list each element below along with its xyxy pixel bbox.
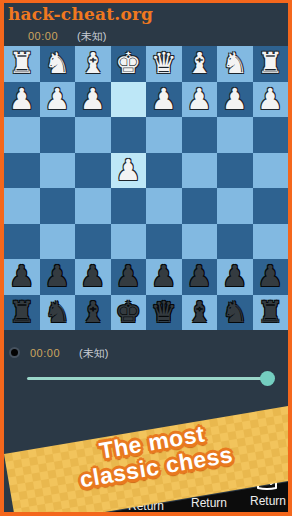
- square-b5[interactable]: [217, 188, 253, 224]
- black-pawn: ♟: [44, 262, 70, 291]
- white-rook: ♜: [257, 49, 283, 78]
- square-f2[interactable]: ♟: [75, 82, 111, 118]
- square-d4[interactable]: [146, 153, 182, 189]
- square-b7[interactable]: ♟: [217, 259, 253, 295]
- black-knight: ♞: [44, 298, 70, 327]
- white-pawn: ♟: [80, 85, 106, 114]
- square-d3[interactable]: [146, 117, 182, 153]
- square-b3[interactable]: [217, 117, 253, 153]
- square-d6[interactable]: [146, 224, 182, 260]
- square-h4[interactable]: [4, 153, 40, 189]
- black-pawn: ♟: [9, 262, 35, 291]
- watermark-text: hack-cheat.org: [8, 4, 153, 24]
- square-f5[interactable]: [75, 188, 111, 224]
- square-f4[interactable]: [75, 153, 111, 189]
- black-pawn: ♟: [151, 262, 177, 291]
- app-window: hack-cheat.org 00:00 (未知) ♜♞♝♚♛♝♞♜♟♟♟♟♟♟…: [0, 0, 292, 516]
- black-rook: ♜: [257, 298, 283, 327]
- square-c8[interactable]: ♝: [182, 295, 218, 331]
- square-g3[interactable]: [40, 117, 76, 153]
- square-g2[interactable]: ♟: [40, 82, 76, 118]
- square-c1[interactable]: ♝: [182, 46, 218, 82]
- square-a4[interactable]: [253, 153, 289, 189]
- black-rook: ♜: [9, 298, 35, 327]
- square-g7[interactable]: ♟: [40, 259, 76, 295]
- square-e2[interactable]: [111, 82, 147, 118]
- square-e8[interactable]: ♚: [111, 295, 147, 331]
- square-f6[interactable]: [75, 224, 111, 260]
- white-pawn: ♟: [151, 85, 177, 114]
- progress-slider-track[interactable]: [27, 377, 270, 380]
- white-knight: ♞: [44, 49, 70, 78]
- square-g4[interactable]: [40, 153, 76, 189]
- white-pawn: ♟: [44, 85, 70, 114]
- black-knight: ♞: [222, 298, 248, 327]
- square-d2[interactable]: ♟: [146, 82, 182, 118]
- black-player-color-icon: [9, 347, 20, 358]
- bottom-player-rating: (未知): [79, 347, 108, 359]
- square-a8[interactable]: ♜: [253, 295, 289, 331]
- black-queen: ♛: [151, 298, 177, 327]
- square-h5[interactable]: [4, 188, 40, 224]
- square-d1[interactable]: ♛: [146, 46, 182, 82]
- black-pawn: ♟: [257, 262, 283, 291]
- square-e1[interactable]: ♚: [111, 46, 147, 82]
- return-button-3[interactable]: Return: [250, 494, 286, 508]
- square-a6[interactable]: [253, 224, 289, 260]
- square-d7[interactable]: ♟: [146, 259, 182, 295]
- square-h2[interactable]: ♟: [4, 82, 40, 118]
- square-c2[interactable]: ♟: [182, 82, 218, 118]
- return-button-2[interactable]: Return: [191, 496, 227, 510]
- bottom-player-clock: 00:00: [30, 347, 60, 359]
- square-b1[interactable]: ♞: [217, 46, 253, 82]
- black-pawn: ♟: [222, 262, 248, 291]
- square-e4[interactable]: ♟: [111, 153, 147, 189]
- square-b4[interactable]: [217, 153, 253, 189]
- top-player-bar: 00:00 (未知): [28, 29, 106, 44]
- square-b2[interactable]: ♟: [217, 82, 253, 118]
- square-h8[interactable]: ♜: [4, 295, 40, 331]
- progress-slider-thumb[interactable]: [260, 371, 275, 386]
- square-c7[interactable]: ♟: [182, 259, 218, 295]
- black-pawn: ♟: [186, 262, 212, 291]
- square-e7[interactable]: ♟: [111, 259, 147, 295]
- white-knight: ♞: [222, 49, 248, 78]
- square-f7[interactable]: ♟: [75, 259, 111, 295]
- chess-board[interactable]: ♜♞♝♚♛♝♞♜♟♟♟♟♟♟♟♟♟♟♟♟♟♟♟♟♜♞♝♚♛♝♞♜: [4, 46, 288, 330]
- square-h7[interactable]: ♟: [4, 259, 40, 295]
- square-b8[interactable]: ♞: [217, 295, 253, 331]
- square-h1[interactable]: ♜: [4, 46, 40, 82]
- square-h6[interactable]: [4, 224, 40, 260]
- white-pawn: ♟: [115, 156, 141, 185]
- square-c3[interactable]: [182, 117, 218, 153]
- square-g1[interactable]: ♞: [40, 46, 76, 82]
- square-g8[interactable]: ♞: [40, 295, 76, 331]
- black-pawn: ♟: [80, 262, 106, 291]
- white-king: ♚: [115, 49, 141, 78]
- square-a7[interactable]: ♟: [253, 259, 289, 295]
- square-e3[interactable]: [111, 117, 147, 153]
- square-c5[interactable]: [182, 188, 218, 224]
- white-rook: ♜: [9, 49, 35, 78]
- square-e5[interactable]: [111, 188, 147, 224]
- square-d8[interactable]: ♛: [146, 295, 182, 331]
- white-bishop: ♝: [186, 49, 212, 78]
- square-b6[interactable]: [217, 224, 253, 260]
- white-pawn: ♟: [9, 85, 35, 114]
- black-king: ♚: [115, 298, 141, 327]
- square-a5[interactable]: [253, 188, 289, 224]
- square-h3[interactable]: [4, 117, 40, 153]
- bottom-player-bar: 00:00 (未知): [30, 346, 108, 361]
- square-c4[interactable]: [182, 153, 218, 189]
- white-bishop: ♝: [80, 49, 106, 78]
- square-f3[interactable]: [75, 117, 111, 153]
- black-pawn: ♟: [115, 262, 141, 291]
- white-pawn: ♟: [257, 85, 283, 114]
- top-player-rating: (未知): [77, 30, 106, 42]
- square-a3[interactable]: [253, 117, 289, 153]
- black-bishop: ♝: [80, 298, 106, 327]
- square-a1[interactable]: ♜: [253, 46, 289, 82]
- top-player-clock: 00:00: [28, 30, 58, 42]
- square-g5[interactable]: [40, 188, 76, 224]
- white-pawn: ♟: [186, 85, 212, 114]
- square-f8[interactable]: ♝: [75, 295, 111, 331]
- black-bishop: ♝: [186, 298, 212, 327]
- white-queen: ♛: [151, 49, 177, 78]
- square-c6[interactable]: [182, 224, 218, 260]
- white-pawn: ♟: [222, 85, 248, 114]
- square-d5[interactable]: [146, 188, 182, 224]
- square-f1[interactable]: ♝: [75, 46, 111, 82]
- square-e6[interactable]: [111, 224, 147, 260]
- square-g6[interactable]: [40, 224, 76, 260]
- square-a2[interactable]: ♟: [253, 82, 289, 118]
